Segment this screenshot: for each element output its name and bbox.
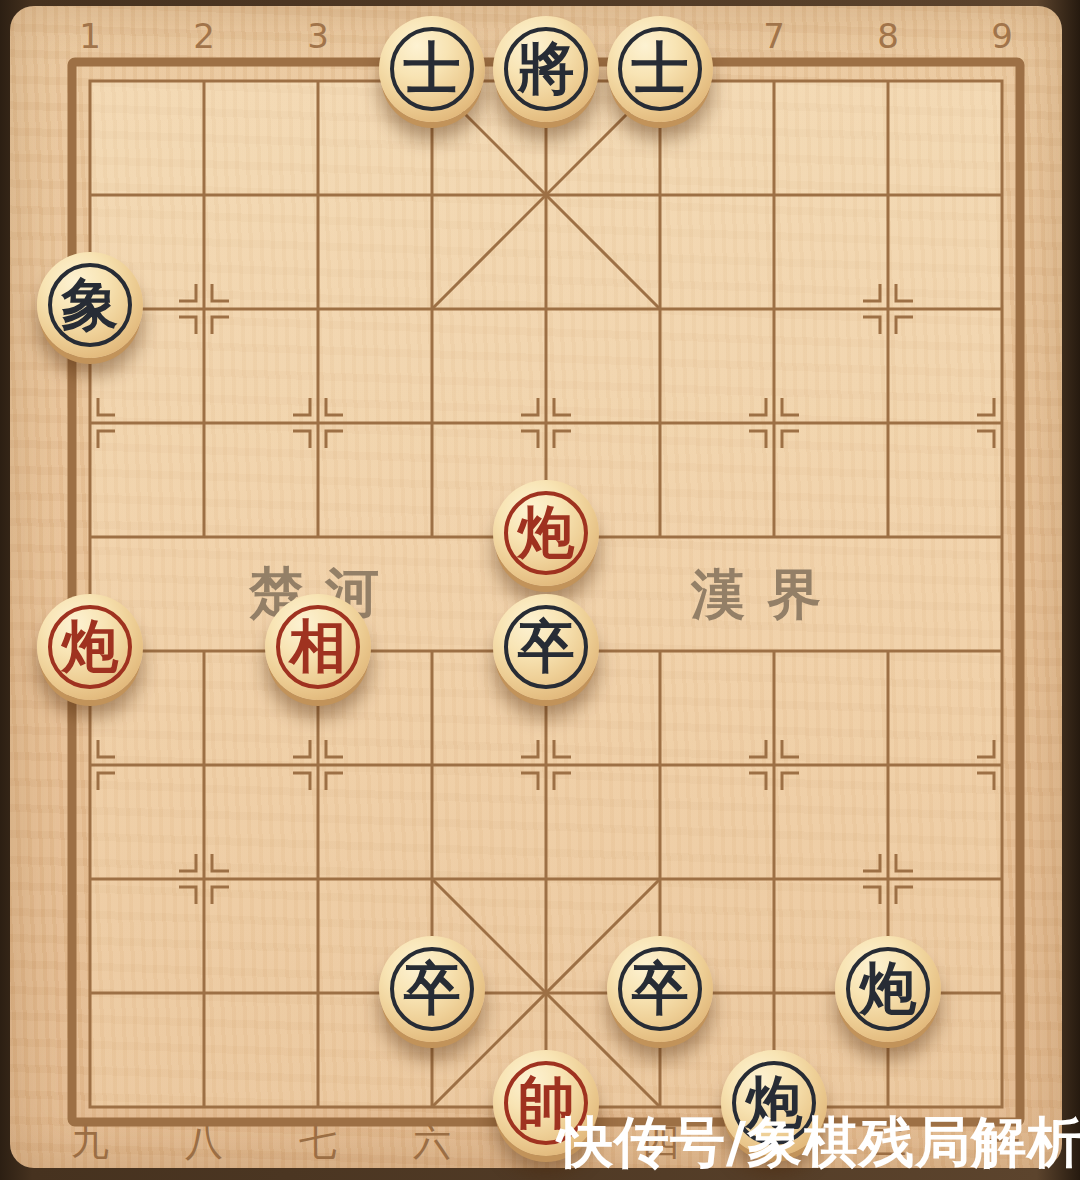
file-label-top-9: 9 <box>980 15 1024 57</box>
piece-black-卒-4-8[interactable]: 卒 <box>379 936 485 1042</box>
piece-red-相-3-5[interactable]: 相 <box>265 594 371 700</box>
piece-glyph: 炮 <box>835 936 941 1042</box>
piece-glyph: 炮 <box>37 594 143 700</box>
file-label-top-3: 3 <box>296 15 340 57</box>
file-label-bottom-3: 七 <box>296 1118 340 1166</box>
piece-glyph: 士 <box>607 16 713 122</box>
piece-black-士-4-0[interactable]: 士 <box>379 16 485 122</box>
piece-glyph: 炮 <box>493 480 599 586</box>
file-label-top-7: 7 <box>752 15 796 57</box>
piece-black-卒-6-8[interactable]: 卒 <box>607 936 713 1042</box>
piece-glyph: 卒 <box>493 594 599 700</box>
watermark: 快传号/象棋残局解析 <box>558 1106 1080 1180</box>
file-label-top-8: 8 <box>866 15 910 57</box>
piece-glyph: 卒 <box>379 936 485 1042</box>
piece-black-炮-8-8[interactable]: 炮 <box>835 936 941 1042</box>
file-label-bottom-1: 九 <box>68 1118 112 1166</box>
piece-black-卒-5-5[interactable]: 卒 <box>493 594 599 700</box>
xiangqi-board: 123456789 九八七六五四三二一 楚河 漢界 士將士象炮炮相卒卒卒炮帥炮 <box>10 6 1062 1168</box>
app-window: 123456789 九八七六五四三二一 楚河 漢界 士將士象炮炮相卒卒卒炮帥炮 … <box>0 0 1080 1180</box>
piece-black-將-5-0[interactable]: 將 <box>493 16 599 122</box>
file-label-bottom-4: 六 <box>410 1118 454 1166</box>
piece-glyph: 卒 <box>607 936 713 1042</box>
file-label-top-1: 1 <box>68 15 112 57</box>
piece-glyph: 將 <box>493 16 599 122</box>
piece-glyph: 相 <box>265 594 371 700</box>
piece-red-炮-5-4[interactable]: 炮 <box>493 480 599 586</box>
piece-red-炮-1-5[interactable]: 炮 <box>37 594 143 700</box>
piece-black-士-6-0[interactable]: 士 <box>607 16 713 122</box>
river-label-right: 漢界 <box>637 559 897 632</box>
piece-black-象-1-2[interactable]: 象 <box>37 252 143 358</box>
piece-glyph: 士 <box>379 16 485 122</box>
file-label-top-2: 2 <box>182 15 226 57</box>
piece-glyph: 象 <box>37 252 143 358</box>
file-label-bottom-2: 八 <box>182 1118 226 1166</box>
